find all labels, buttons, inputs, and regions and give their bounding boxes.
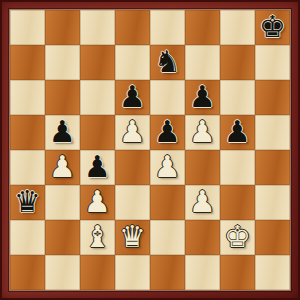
square-e3[interactable] [150, 185, 185, 220]
square-c2[interactable]: ♝ [80, 220, 115, 255]
black-knight[interactable]: ♞ [154, 44, 181, 79]
square-d3[interactable] [115, 185, 150, 220]
square-a2[interactable] [10, 220, 45, 255]
black-pawn[interactable]: ♟ [189, 79, 216, 114]
black-pawn[interactable]: ♟ [119, 79, 146, 114]
square-a6[interactable] [10, 80, 45, 115]
square-g2[interactable]: ♚ [220, 220, 255, 255]
square-g1[interactable] [220, 255, 255, 290]
square-a3[interactable]: ♛ [10, 185, 45, 220]
square-c4[interactable]: ♟ [80, 150, 115, 185]
white-bishop[interactable]: ♝ [84, 219, 111, 254]
square-d4[interactable] [115, 150, 150, 185]
square-a8[interactable] [10, 10, 45, 45]
square-f6[interactable]: ♟ [185, 80, 220, 115]
square-h2[interactable] [255, 220, 290, 255]
black-queen[interactable]: ♛ [14, 184, 41, 219]
square-b6[interactable] [45, 80, 80, 115]
square-b7[interactable] [45, 45, 80, 80]
black-pawn[interactable]: ♟ [84, 149, 111, 184]
square-d2[interactable]: ♛ [115, 220, 150, 255]
square-f8[interactable] [185, 10, 220, 45]
black-king[interactable]: ♚ [259, 9, 286, 44]
square-b2[interactable] [45, 220, 80, 255]
square-e4[interactable]: ♟ [150, 150, 185, 185]
white-pawn[interactable]: ♟ [84, 184, 111, 219]
square-h7[interactable] [255, 45, 290, 80]
square-d8[interactable] [115, 10, 150, 45]
white-pawn[interactable]: ♟ [119, 114, 146, 149]
square-c8[interactable] [80, 10, 115, 45]
white-pawn[interactable]: ♟ [49, 149, 76, 184]
square-c3[interactable]: ♟ [80, 185, 115, 220]
square-d7[interactable] [115, 45, 150, 80]
square-c7[interactable] [80, 45, 115, 80]
white-pawn[interactable]: ♟ [189, 184, 216, 219]
square-g3[interactable] [220, 185, 255, 220]
chess-board: ♚♞♟♟♟♟♟♟♟♟♟♟♛♟♟♝♛♚ [10, 10, 290, 290]
square-b1[interactable] [45, 255, 80, 290]
square-g5[interactable]: ♟ [220, 115, 255, 150]
white-king[interactable]: ♚ [224, 219, 251, 254]
square-h8[interactable]: ♚ [255, 10, 290, 45]
square-f4[interactable] [185, 150, 220, 185]
square-c6[interactable] [80, 80, 115, 115]
black-pawn[interactable]: ♟ [154, 114, 181, 149]
white-pawn[interactable]: ♟ [189, 114, 216, 149]
square-b3[interactable] [45, 185, 80, 220]
square-g6[interactable] [220, 80, 255, 115]
square-h1[interactable] [255, 255, 290, 290]
square-a5[interactable] [10, 115, 45, 150]
square-h6[interactable] [255, 80, 290, 115]
square-g7[interactable] [220, 45, 255, 80]
square-e7[interactable]: ♞ [150, 45, 185, 80]
square-h3[interactable] [255, 185, 290, 220]
square-h5[interactable] [255, 115, 290, 150]
black-pawn[interactable]: ♟ [224, 114, 251, 149]
square-d6[interactable]: ♟ [115, 80, 150, 115]
square-g4[interactable] [220, 150, 255, 185]
square-h4[interactable] [255, 150, 290, 185]
square-f1[interactable] [185, 255, 220, 290]
square-e6[interactable] [150, 80, 185, 115]
square-c5[interactable] [80, 115, 115, 150]
square-b4[interactable]: ♟ [45, 150, 80, 185]
square-b8[interactable] [45, 10, 80, 45]
square-a7[interactable] [10, 45, 45, 80]
square-e5[interactable]: ♟ [150, 115, 185, 150]
square-c1[interactable] [80, 255, 115, 290]
square-f3[interactable]: ♟ [185, 185, 220, 220]
square-d1[interactable] [115, 255, 150, 290]
square-f5[interactable]: ♟ [185, 115, 220, 150]
square-e8[interactable] [150, 10, 185, 45]
square-e1[interactable] [150, 255, 185, 290]
square-e2[interactable] [150, 220, 185, 255]
white-pawn[interactable]: ♟ [154, 149, 181, 184]
square-f2[interactable] [185, 220, 220, 255]
square-a1[interactable] [10, 255, 45, 290]
square-a4[interactable] [10, 150, 45, 185]
square-g8[interactable] [220, 10, 255, 45]
board-frame: ♚♞♟♟♟♟♟♟♟♟♟♟♛♟♟♝♛♚ [0, 0, 300, 300]
black-pawn[interactable]: ♟ [49, 114, 76, 149]
square-b5[interactable]: ♟ [45, 115, 80, 150]
square-f7[interactable] [185, 45, 220, 80]
white-queen[interactable]: ♛ [119, 219, 146, 254]
square-d5[interactable]: ♟ [115, 115, 150, 150]
